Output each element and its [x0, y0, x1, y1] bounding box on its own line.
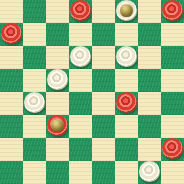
- square-r3c5: [115, 69, 138, 92]
- square-r2c7[interactable]: [161, 46, 184, 69]
- square-r4c3[interactable]: [69, 92, 92, 115]
- square-r2c4: [92, 46, 115, 69]
- square-r7c7: [161, 161, 184, 184]
- square-r4c4: [92, 92, 115, 115]
- square-r1c4[interactable]: [92, 23, 115, 46]
- square-r5c5: [115, 115, 138, 138]
- square-r3c4[interactable]: [92, 69, 115, 92]
- square-r6c7[interactable]: [161, 138, 184, 161]
- square-r2c3[interactable]: [69, 46, 92, 69]
- square-r4c6: [138, 92, 161, 115]
- square-r6c4: [92, 138, 115, 161]
- square-r7c2[interactable]: [46, 161, 69, 184]
- square-r6c6: [138, 138, 161, 161]
- square-r4c1[interactable]: [23, 92, 46, 115]
- white-man[interactable]: [24, 92, 45, 113]
- square-r1c0[interactable]: [0, 23, 23, 46]
- square-r3c3: [69, 69, 92, 92]
- square-r0c2: [46, 0, 69, 23]
- white-man[interactable]: [70, 46, 91, 67]
- square-r0c0: [0, 0, 23, 23]
- square-r2c6: [138, 46, 161, 69]
- square-r3c7: [161, 69, 184, 92]
- square-r5c4[interactable]: [92, 115, 115, 138]
- square-r1c5: [115, 23, 138, 46]
- square-r6c5[interactable]: [115, 138, 138, 161]
- king-crown-dome: [51, 119, 64, 132]
- square-r7c1: [23, 161, 46, 184]
- red-man[interactable]: [162, 138, 183, 159]
- square-r2c5[interactable]: [115, 46, 138, 69]
- square-r5c3: [69, 115, 92, 138]
- square-r6c0: [0, 138, 23, 161]
- square-r6c2: [46, 138, 69, 161]
- square-r5c6[interactable]: [138, 115, 161, 138]
- square-r6c1[interactable]: [23, 138, 46, 161]
- square-r0c1[interactable]: [23, 0, 46, 23]
- white-man[interactable]: [47, 69, 68, 90]
- square-r0c5[interactable]: [115, 0, 138, 23]
- square-r4c7[interactable]: [161, 92, 184, 115]
- square-r3c1: [23, 69, 46, 92]
- square-r2c2: [46, 46, 69, 69]
- white-man[interactable]: [139, 161, 160, 182]
- square-r2c0: [0, 46, 23, 69]
- king-crown-dome: [120, 4, 133, 17]
- checkers-board: [0, 0, 184, 184]
- white-man[interactable]: [116, 46, 137, 67]
- square-r5c7: [161, 115, 184, 138]
- white-king[interactable]: [116, 0, 137, 21]
- square-r6c3[interactable]: [69, 138, 92, 161]
- square-r5c0[interactable]: [0, 115, 23, 138]
- square-r1c1: [23, 23, 46, 46]
- square-r5c1: [23, 115, 46, 138]
- square-r1c3: [69, 23, 92, 46]
- square-r3c0[interactable]: [0, 69, 23, 92]
- red-man[interactable]: [162, 0, 183, 21]
- square-r0c4: [92, 0, 115, 23]
- square-r5c2[interactable]: [46, 115, 69, 138]
- square-r0c6: [138, 0, 161, 23]
- square-r0c3[interactable]: [69, 0, 92, 23]
- square-r7c6[interactable]: [138, 161, 161, 184]
- red-king[interactable]: [47, 115, 68, 136]
- square-r0c7[interactable]: [161, 0, 184, 23]
- square-r4c0: [0, 92, 23, 115]
- square-r7c0[interactable]: [0, 161, 23, 184]
- square-r7c3: [69, 161, 92, 184]
- square-r1c2[interactable]: [46, 23, 69, 46]
- square-r7c4[interactable]: [92, 161, 115, 184]
- red-man[interactable]: [116, 92, 137, 113]
- square-r3c2[interactable]: [46, 69, 69, 92]
- square-r1c6[interactable]: [138, 23, 161, 46]
- square-r1c7: [161, 23, 184, 46]
- square-r7c5: [115, 161, 138, 184]
- red-man[interactable]: [1, 23, 22, 44]
- square-r3c6[interactable]: [138, 69, 161, 92]
- square-r2c1[interactable]: [23, 46, 46, 69]
- square-r4c2: [46, 92, 69, 115]
- red-man[interactable]: [70, 0, 91, 21]
- square-r4c5[interactable]: [115, 92, 138, 115]
